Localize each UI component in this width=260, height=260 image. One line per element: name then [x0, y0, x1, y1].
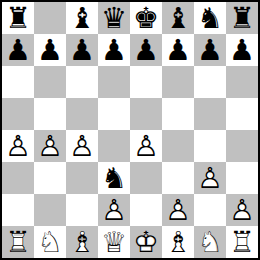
- square-c3[interactable]: [66, 162, 98, 194]
- black-knight: ♞: [98, 162, 130, 194]
- square-b8[interactable]: [34, 2, 66, 34]
- white-knight-fill: ♞: [34, 226, 66, 258]
- square-e2[interactable]: [130, 194, 162, 226]
- square-g7[interactable]: ♟: [194, 34, 226, 66]
- square-h6[interactable]: [226, 66, 258, 98]
- square-g5[interactable]: [194, 98, 226, 130]
- white-rook: ♖: [226, 226, 258, 258]
- square-e6[interactable]: [130, 66, 162, 98]
- square-g4[interactable]: [194, 130, 226, 162]
- white-pawn: ♙: [130, 130, 162, 162]
- square-e8[interactable]: ♚: [130, 2, 162, 34]
- square-g6[interactable]: [194, 66, 226, 98]
- black-king: ♚: [130, 2, 162, 34]
- white-pawn: ♙: [162, 194, 194, 226]
- square-f5[interactable]: [162, 98, 194, 130]
- white-king: ♔: [130, 226, 162, 258]
- white-pawn-fill: ♟: [98, 194, 130, 226]
- black-knight: ♞: [194, 2, 226, 34]
- square-b3[interactable]: [34, 162, 66, 194]
- square-g3[interactable]: ♟♙: [194, 162, 226, 194]
- white-pawn-fill: ♟: [66, 130, 98, 162]
- white-pawn-fill: ♟: [34, 130, 66, 162]
- square-c4[interactable]: ♟♙: [66, 130, 98, 162]
- square-g1[interactable]: ♞♘: [194, 226, 226, 258]
- square-c2[interactable]: [66, 194, 98, 226]
- square-a5[interactable]: [2, 98, 34, 130]
- square-h1[interactable]: ♜♖: [226, 226, 258, 258]
- black-bishop: ♝: [66, 2, 98, 34]
- square-f3[interactable]: [162, 162, 194, 194]
- chess-board: ♜♝♛♚♝♞♜♟♟♟♟♟♟♟♟♟♙♟♙♟♙♟♙♞♟♙♟♙♟♙♟♙♜♖♞♘♝♗♛♕…: [0, 0, 260, 260]
- square-a4[interactable]: ♟♙: [2, 130, 34, 162]
- black-pawn: ♟: [34, 34, 66, 66]
- white-knight: ♘: [194, 226, 226, 258]
- square-d7[interactable]: ♟: [98, 34, 130, 66]
- black-pawn: ♟: [162, 34, 194, 66]
- square-a2[interactable]: [2, 194, 34, 226]
- square-d6[interactable]: [98, 66, 130, 98]
- square-e7[interactable]: ♟: [130, 34, 162, 66]
- square-a7[interactable]: ♟: [2, 34, 34, 66]
- square-a6[interactable]: [2, 66, 34, 98]
- black-bishop: ♝: [162, 2, 194, 34]
- square-d8[interactable]: ♛: [98, 2, 130, 34]
- square-f7[interactable]: ♟: [162, 34, 194, 66]
- square-e1[interactable]: ♚♔: [130, 226, 162, 258]
- white-pawn-fill: ♟: [194, 162, 226, 194]
- white-pawn-fill: ♟: [162, 194, 194, 226]
- square-c6[interactable]: [66, 66, 98, 98]
- square-a8[interactable]: ♜: [2, 2, 34, 34]
- square-g2[interactable]: [194, 194, 226, 226]
- white-rook: ♖: [2, 226, 34, 258]
- square-e4[interactable]: ♟♙: [130, 130, 162, 162]
- square-b5[interactable]: [34, 98, 66, 130]
- square-g8[interactable]: ♞: [194, 2, 226, 34]
- square-c5[interactable]: [66, 98, 98, 130]
- white-pawn-fill: ♟: [226, 194, 258, 226]
- square-f6[interactable]: [162, 66, 194, 98]
- square-h2[interactable]: ♟♙: [226, 194, 258, 226]
- square-b4[interactable]: ♟♙: [34, 130, 66, 162]
- square-f8[interactable]: ♝: [162, 2, 194, 34]
- white-pawn: ♙: [34, 130, 66, 162]
- square-h8[interactable]: ♜: [226, 2, 258, 34]
- square-h4[interactable]: [226, 130, 258, 162]
- square-c7[interactable]: ♟: [66, 34, 98, 66]
- square-d3[interactable]: ♞: [98, 162, 130, 194]
- square-h3[interactable]: [226, 162, 258, 194]
- white-queen-fill: ♛: [98, 226, 130, 258]
- square-a3[interactable]: [2, 162, 34, 194]
- square-h7[interactable]: ♟: [226, 34, 258, 66]
- square-b1[interactable]: ♞♘: [34, 226, 66, 258]
- white-rook-fill: ♜: [2, 226, 34, 258]
- white-pawn-fill: ♟: [130, 130, 162, 162]
- white-pawn: ♙: [226, 194, 258, 226]
- square-e3[interactable]: [130, 162, 162, 194]
- square-b2[interactable]: [34, 194, 66, 226]
- white-bishop: ♗: [66, 226, 98, 258]
- white-pawn: ♙: [98, 194, 130, 226]
- square-f1[interactable]: ♝♗: [162, 226, 194, 258]
- black-pawn: ♟: [66, 34, 98, 66]
- black-pawn: ♟: [98, 34, 130, 66]
- white-pawn-fill: ♟: [2, 130, 34, 162]
- square-h5[interactable]: [226, 98, 258, 130]
- square-b6[interactable]: [34, 66, 66, 98]
- white-king-fill: ♚: [130, 226, 162, 258]
- white-bishop-fill: ♝: [162, 226, 194, 258]
- white-pawn: ♙: [2, 130, 34, 162]
- white-bishop: ♗: [162, 226, 194, 258]
- white-queen: ♕: [98, 226, 130, 258]
- square-d5[interactable]: [98, 98, 130, 130]
- square-f4[interactable]: [162, 130, 194, 162]
- black-rook: ♜: [2, 2, 34, 34]
- white-pawn: ♙: [194, 162, 226, 194]
- black-pawn: ♟: [226, 34, 258, 66]
- square-c8[interactable]: ♝: [66, 2, 98, 34]
- square-a1[interactable]: ♜♖: [2, 226, 34, 258]
- white-rook-fill: ♜: [226, 226, 258, 258]
- white-knight-fill: ♞: [194, 226, 226, 258]
- square-d2[interactable]: ♟♙: [98, 194, 130, 226]
- white-pawn: ♙: [66, 130, 98, 162]
- black-pawn: ♟: [194, 34, 226, 66]
- black-pawn: ♟: [130, 34, 162, 66]
- white-knight: ♘: [34, 226, 66, 258]
- square-c1[interactable]: ♝♗: [66, 226, 98, 258]
- square-e5[interactable]: [130, 98, 162, 130]
- black-rook: ♜: [226, 2, 258, 34]
- square-d4[interactable]: [98, 130, 130, 162]
- square-b7[interactable]: ♟: [34, 34, 66, 66]
- square-d1[interactable]: ♛♕: [98, 226, 130, 258]
- black-pawn: ♟: [2, 34, 34, 66]
- square-f2[interactable]: ♟♙: [162, 194, 194, 226]
- white-bishop-fill: ♝: [66, 226, 98, 258]
- black-queen: ♛: [98, 2, 130, 34]
